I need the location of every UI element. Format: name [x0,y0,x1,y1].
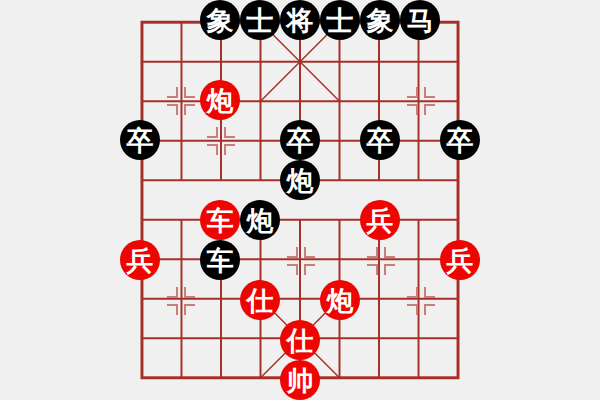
board-grid: 象士将士象马炮卒卒卒卒炮车炮兵兵车兵仕炮仕帅 [120,0,480,400]
point-3-7[interactable]: 仕 [240,280,280,320]
piece-black-cannon[interactable]: 炮 [240,200,280,240]
point-6-6[interactable] [360,240,400,280]
piece-red-soldier[interactable]: 兵 [120,240,160,280]
point-2-4[interactable] [200,160,240,200]
point-7-1[interactable] [400,40,440,80]
point-6-5[interactable]: 兵 [360,200,400,240]
point-7-8[interactable] [400,320,440,360]
point-5-2[interactable] [320,80,360,120]
point-8-9[interactable] [440,360,480,400]
point-0-2[interactable] [120,80,160,120]
point-2-3[interactable] [200,120,240,160]
point-3-9[interactable] [240,360,280,400]
point-6-4[interactable] [360,160,400,200]
point-2-2[interactable]: 炮 [200,80,240,120]
point-5-4[interactable] [320,160,360,200]
point-5-1[interactable] [320,40,360,80]
point-8-0[interactable] [440,0,480,40]
point-7-9[interactable] [400,360,440,400]
point-3-0[interactable]: 士 [240,0,280,40]
point-1-8[interactable] [160,320,200,360]
point-7-5[interactable] [400,200,440,240]
point-4-0[interactable]: 将 [280,0,320,40]
piece-black-soldier[interactable]: 卒 [120,120,160,160]
point-5-8[interactable] [320,320,360,360]
piece-red-soldier[interactable]: 兵 [360,200,400,240]
point-6-9[interactable] [360,360,400,400]
point-6-0[interactable]: 象 [360,0,400,40]
point-5-0[interactable]: 士 [320,0,360,40]
piece-black-advisor[interactable]: 士 [320,0,360,40]
piece-red-advisor[interactable]: 仕 [280,320,320,360]
point-4-6[interactable] [280,240,320,280]
piece-black-chariot[interactable]: 车 [200,240,240,280]
point-5-7[interactable]: 炮 [320,280,360,320]
point-1-5[interactable] [160,200,200,240]
point-8-5[interactable] [440,200,480,240]
point-8-8[interactable] [440,320,480,360]
point-4-2[interactable] [280,80,320,120]
point-4-1[interactable] [280,40,320,80]
point-6-2[interactable] [360,80,400,120]
piece-red-advisor[interactable]: 仕 [240,280,280,320]
point-3-8[interactable] [240,320,280,360]
point-0-0[interactable] [120,0,160,40]
point-1-9[interactable] [160,360,200,400]
point-7-7[interactable] [400,280,440,320]
point-7-0[interactable]: 马 [400,0,440,40]
point-4-5[interactable] [280,200,320,240]
point-1-0[interactable] [160,0,200,40]
point-1-1[interactable] [160,40,200,80]
point-1-3[interactable] [160,120,200,160]
point-8-7[interactable] [440,280,480,320]
point-0-5[interactable] [120,200,160,240]
point-6-1[interactable] [360,40,400,80]
point-4-7[interactable] [280,280,320,320]
point-2-6[interactable]: 车 [200,240,240,280]
point-5-3[interactable] [320,120,360,160]
point-2-1[interactable] [200,40,240,80]
point-8-1[interactable] [440,40,480,80]
point-4-3[interactable]: 卒 [280,120,320,160]
piece-black-general[interactable]: 将 [280,0,320,40]
point-5-5[interactable] [320,200,360,240]
piece-black-soldier[interactable]: 卒 [440,120,480,160]
point-0-4[interactable] [120,160,160,200]
point-2-7[interactable] [200,280,240,320]
point-7-3[interactable] [400,120,440,160]
piece-red-cannon[interactable]: 炮 [200,80,240,120]
point-8-4[interactable] [440,160,480,200]
point-5-6[interactable] [320,240,360,280]
point-1-6[interactable] [160,240,200,280]
piece-black-horse[interactable]: 马 [400,0,440,40]
point-1-4[interactable] [160,160,200,200]
point-0-7[interactable] [120,280,160,320]
piece-black-cannon[interactable]: 炮 [280,160,320,200]
point-0-8[interactable] [120,320,160,360]
point-0-6[interactable]: 兵 [120,240,160,280]
xiangqi-board-screen: 象士将士象马炮卒卒卒卒炮车炮兵兵车兵仕炮仕帅 [0,0,600,400]
point-0-9[interactable] [120,360,160,400]
point-8-6[interactable]: 兵 [440,240,480,280]
point-3-1[interactable] [240,40,280,80]
point-2-8[interactable] [200,320,240,360]
piece-black-soldier[interactable]: 卒 [280,120,320,160]
piece-black-elephant[interactable]: 象 [360,0,400,40]
point-8-2[interactable] [440,80,480,120]
piece-black-soldier[interactable]: 卒 [360,120,400,160]
point-4-8[interactable]: 仕 [280,320,320,360]
point-3-6[interactable] [240,240,280,280]
piece-red-general[interactable]: 帅 [280,360,320,400]
point-3-3[interactable] [240,120,280,160]
point-3-2[interactable] [240,80,280,120]
point-1-2[interactable] [160,80,200,120]
piece-black-elephant[interactable]: 象 [200,0,240,40]
point-2-9[interactable] [200,360,240,400]
point-4-9[interactable]: 帅 [280,360,320,400]
point-0-3[interactable]: 卒 [120,120,160,160]
point-3-5[interactable]: 炮 [240,200,280,240]
point-7-4[interactable] [400,160,440,200]
point-6-8[interactable] [360,320,400,360]
point-2-0[interactable]: 象 [200,0,240,40]
point-2-5[interactable]: 车 [200,200,240,240]
piece-red-chariot[interactable]: 车 [200,200,240,240]
piece-red-soldier[interactable]: 兵 [440,240,480,280]
point-6-3[interactable]: 卒 [360,120,400,160]
point-8-3[interactable]: 卒 [440,120,480,160]
point-4-4[interactable]: 炮 [280,160,320,200]
piece-black-advisor[interactable]: 士 [240,0,280,40]
piece-red-cannon[interactable]: 炮 [320,280,360,320]
point-3-4[interactable] [240,160,280,200]
point-5-9[interactable] [320,360,360,400]
point-7-2[interactable] [400,80,440,120]
point-1-7[interactable] [160,280,200,320]
point-6-7[interactable] [360,280,400,320]
point-0-1[interactable] [120,40,160,80]
point-7-6[interactable] [400,240,440,280]
